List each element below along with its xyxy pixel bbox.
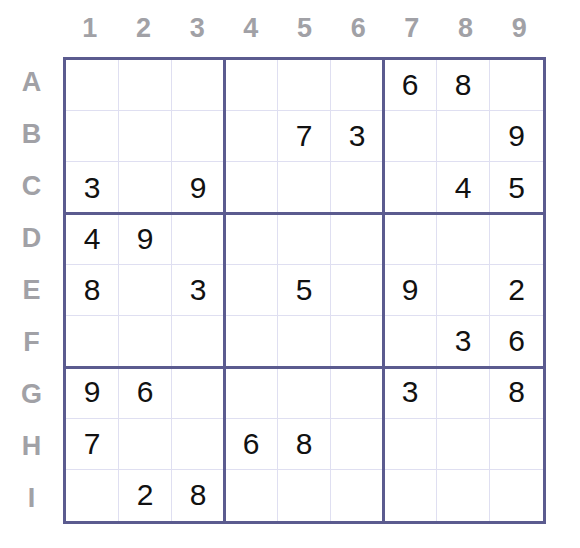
cell-D7[interactable]	[384, 214, 437, 265]
cell-B5[interactable]: 7	[278, 111, 331, 162]
col-label-8: 8	[439, 13, 493, 44]
cell-I3[interactable]: 8	[172, 470, 225, 521]
cell-F8[interactable]: 3	[437, 316, 490, 367]
cell-C8[interactable]: 4	[437, 162, 490, 213]
cell-A6[interactable]	[331, 60, 384, 111]
cell-G3[interactable]	[172, 367, 225, 418]
cell-A9[interactable]	[490, 60, 543, 111]
cell-E8[interactable]	[437, 265, 490, 316]
cell-E4[interactable]	[225, 265, 278, 316]
cell-F6[interactable]	[331, 316, 384, 367]
cell-B9[interactable]: 9	[490, 111, 543, 162]
cell-I8[interactable]	[437, 470, 490, 521]
row-label-D: D	[0, 223, 63, 254]
cell-H4[interactable]: 6	[225, 419, 278, 470]
cell-H3[interactable]	[172, 419, 225, 470]
cell-H9[interactable]	[490, 419, 543, 470]
cell-A1[interactable]	[66, 60, 119, 111]
col-label-9: 9	[492, 13, 546, 44]
cell-I7[interactable]	[384, 470, 437, 521]
cell-C3[interactable]: 9	[172, 162, 225, 213]
cell-G4[interactable]	[225, 367, 278, 418]
cell-D8[interactable]	[437, 214, 490, 265]
row-label-G: G	[0, 379, 63, 410]
cell-C7[interactable]	[384, 162, 437, 213]
column-labels: 123456789	[63, 0, 546, 57]
cell-C1[interactable]: 3	[66, 162, 119, 213]
row-labels: ABCDEFGHI	[0, 57, 63, 524]
cell-F5[interactable]	[278, 316, 331, 367]
cell-A5[interactable]	[278, 60, 331, 111]
cell-D3[interactable]	[172, 214, 225, 265]
cell-B1[interactable]	[66, 111, 119, 162]
cell-C9[interactable]: 5	[490, 162, 543, 213]
cell-F1[interactable]	[66, 316, 119, 367]
cell-F7[interactable]	[384, 316, 437, 367]
cell-E2[interactable]	[119, 265, 172, 316]
cell-I2[interactable]: 2	[119, 470, 172, 521]
cell-I5[interactable]	[278, 470, 331, 521]
cell-H5[interactable]: 8	[278, 419, 331, 470]
cell-E7[interactable]: 9	[384, 265, 437, 316]
cell-H8[interactable]	[437, 419, 490, 470]
cell-I1[interactable]	[66, 470, 119, 521]
cell-I6[interactable]	[331, 470, 384, 521]
cell-A3[interactable]	[172, 60, 225, 111]
sudoku-board: 687393945498359236963876828	[63, 57, 546, 524]
cell-C4[interactable]	[225, 162, 278, 213]
cell-C5[interactable]	[278, 162, 331, 213]
col-label-1: 1	[63, 13, 117, 44]
row-label-A: A	[0, 67, 63, 98]
cell-I4[interactable]	[225, 470, 278, 521]
cell-E1[interactable]: 8	[66, 265, 119, 316]
row-label-C: C	[0, 171, 63, 202]
corner-spacer	[0, 0, 63, 57]
cell-I9[interactable]	[490, 470, 543, 521]
cell-B2[interactable]	[119, 111, 172, 162]
cell-G6[interactable]	[331, 367, 384, 418]
cell-G8[interactable]	[437, 367, 490, 418]
cell-E3[interactable]: 3	[172, 265, 225, 316]
cell-F9[interactable]: 6	[490, 316, 543, 367]
col-label-7: 7	[385, 13, 439, 44]
cell-B8[interactable]	[437, 111, 490, 162]
col-label-3: 3	[170, 13, 224, 44]
col-label-6: 6	[331, 13, 385, 44]
cell-G9[interactable]: 8	[490, 367, 543, 418]
col-label-4: 4	[224, 13, 278, 44]
row-label-I: I	[0, 483, 63, 514]
cell-H2[interactable]	[119, 419, 172, 470]
cell-B3[interactable]	[172, 111, 225, 162]
cell-D1[interactable]: 4	[66, 214, 119, 265]
cell-B7[interactable]	[384, 111, 437, 162]
cell-F2[interactable]	[119, 316, 172, 367]
cell-G5[interactable]	[278, 367, 331, 418]
cell-D6[interactable]	[331, 214, 384, 265]
cell-E6[interactable]	[331, 265, 384, 316]
cell-H1[interactable]: 7	[66, 419, 119, 470]
cell-A4[interactable]	[225, 60, 278, 111]
row-label-F: F	[0, 327, 63, 358]
cell-A7[interactable]: 6	[384, 60, 437, 111]
cell-B6[interactable]: 3	[331, 111, 384, 162]
row-label-H: H	[0, 431, 63, 462]
col-label-2: 2	[117, 13, 171, 44]
cell-F3[interactable]	[172, 316, 225, 367]
cell-F4[interactable]	[225, 316, 278, 367]
cell-H6[interactable]	[331, 419, 384, 470]
sudoku-page: 123456789 ABCDEFGHI 68739394549835923696…	[0, 0, 580, 548]
cell-E9[interactable]: 2	[490, 265, 543, 316]
cell-A2[interactable]	[119, 60, 172, 111]
cell-G2[interactable]: 6	[119, 367, 172, 418]
col-label-5: 5	[278, 13, 332, 44]
cell-D9[interactable]	[490, 214, 543, 265]
cell-C2[interactable]	[119, 162, 172, 213]
cell-D5[interactable]	[278, 214, 331, 265]
cell-D2[interactable]: 9	[119, 214, 172, 265]
cell-A8[interactable]: 8	[437, 60, 490, 111]
row-label-E: E	[0, 275, 63, 306]
cell-H7[interactable]	[384, 419, 437, 470]
cell-B4[interactable]	[225, 111, 278, 162]
cell-D4[interactable]	[225, 214, 278, 265]
cell-G1[interactable]: 9	[66, 367, 119, 418]
row-label-B: B	[0, 119, 63, 150]
cell-C6[interactable]	[331, 162, 384, 213]
cell-G7[interactable]: 3	[384, 367, 437, 418]
cell-E5[interactable]: 5	[278, 265, 331, 316]
